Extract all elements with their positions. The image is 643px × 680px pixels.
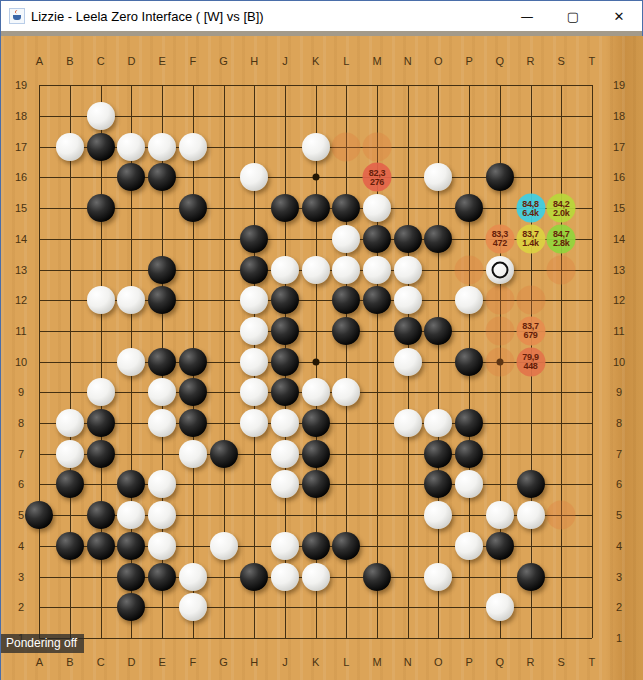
black-stone[interactable]	[179, 378, 207, 406]
col-label-bottom: S	[550, 655, 572, 669]
minimize-button[interactable]: —	[504, 1, 550, 31]
candidate-visits: 448	[523, 362, 537, 371]
col-label-top: R	[520, 54, 542, 68]
last-move-marker	[491, 261, 508, 278]
title-bar: Lizzie - Leela Zero Interface ( [W] vs […	[1, 1, 642, 31]
white-stone[interactable]	[179, 440, 207, 468]
go-board[interactable]: AABBCCDDEEFFGGHHJJKKLLMMNNOOPPQQRRSSTT19…	[1, 36, 643, 680]
row-label-right: 9	[609, 385, 629, 399]
black-stone[interactable]	[424, 225, 452, 253]
col-label-top: H	[243, 54, 265, 68]
java-cup-icon	[13, 15, 21, 20]
close-button[interactable]: ✕	[596, 1, 642, 31]
candidate-move[interactable]: 84,22.0k	[547, 194, 576, 223]
black-stone[interactable]	[148, 563, 176, 591]
black-stone[interactable]	[87, 440, 115, 468]
col-label-bottom: C	[90, 655, 112, 669]
col-label-bottom: O	[427, 655, 449, 669]
black-stone[interactable]	[240, 256, 268, 284]
row-label-right: 11	[609, 324, 629, 338]
black-stone[interactable]	[332, 317, 360, 345]
row-label-right: 13	[609, 263, 629, 277]
row-label-left: 16	[11, 170, 31, 184]
black-stone[interactable]	[271, 378, 299, 406]
black-stone[interactable]	[117, 593, 145, 621]
black-stone[interactable]	[517, 563, 545, 591]
black-stone[interactable]	[179, 348, 207, 376]
candidate-visits: 6.4k	[522, 208, 538, 217]
white-stone[interactable]	[332, 225, 360, 253]
col-label-bottom: J	[274, 655, 296, 669]
white-stone[interactable]	[271, 256, 299, 284]
black-stone[interactable]	[517, 470, 545, 498]
ghost-move[interactable]	[547, 255, 576, 284]
row-label-right: 16	[609, 170, 629, 184]
col-label-top: K	[305, 54, 327, 68]
white-stone[interactable]	[179, 563, 207, 591]
row-label-right: 2	[609, 600, 629, 614]
candidate-visits: 679	[523, 331, 537, 340]
white-stone[interactable]	[271, 563, 299, 591]
row-label-left: 9	[11, 385, 31, 399]
black-stone[interactable]	[486, 163, 514, 191]
white-stone[interactable]	[302, 378, 330, 406]
col-label-top: E	[151, 54, 173, 68]
black-stone[interactable]	[394, 317, 422, 345]
row-label-left: 6	[11, 477, 31, 491]
white-stone[interactable]	[148, 409, 176, 437]
white-stone[interactable]	[363, 194, 391, 222]
col-label-top: A	[28, 54, 50, 68]
black-stone[interactable]	[87, 133, 115, 161]
row-label-left: 2	[11, 600, 31, 614]
white-stone[interactable]	[424, 163, 452, 191]
white-stone[interactable]	[56, 133, 84, 161]
white-stone[interactable]	[271, 470, 299, 498]
row-label-right: 14	[609, 232, 629, 246]
candidate-visits: 2.8k	[553, 239, 569, 248]
star-point	[312, 174, 319, 181]
black-stone[interactable]	[56, 532, 84, 560]
black-stone[interactable]	[302, 409, 330, 437]
col-label-bottom: T	[581, 655, 603, 669]
star-point	[312, 358, 319, 365]
white-stone[interactable]	[210, 532, 238, 560]
black-stone[interactable]	[363, 563, 391, 591]
row-label-right: 1	[609, 631, 629, 645]
white-stone[interactable]	[455, 470, 483, 498]
black-stone[interactable]	[240, 563, 268, 591]
white-stone[interactable]	[332, 256, 360, 284]
white-stone[interactable]	[455, 286, 483, 314]
col-label-bottom: G	[213, 655, 235, 669]
black-stone[interactable]	[25, 501, 53, 529]
black-stone[interactable]	[332, 532, 360, 560]
white-stone[interactable]	[271, 440, 299, 468]
black-stone[interactable]	[332, 194, 360, 222]
white-stone[interactable]	[148, 532, 176, 560]
white-stone[interactable]	[148, 378, 176, 406]
white-stone[interactable]	[332, 378, 360, 406]
black-stone[interactable]	[302, 440, 330, 468]
white-stone[interactable]	[117, 348, 145, 376]
col-label-bottom: K	[305, 655, 327, 669]
candidate-visits: 472	[493, 239, 507, 248]
black-stone[interactable]	[179, 409, 207, 437]
white-stone[interactable]	[517, 501, 545, 529]
white-stone[interactable]	[394, 286, 422, 314]
black-stone[interactable]	[117, 563, 145, 591]
col-label-bottom: Q	[489, 655, 511, 669]
black-stone[interactable]	[302, 532, 330, 560]
col-label-top: J	[274, 54, 296, 68]
col-label-top: D	[120, 54, 142, 68]
grid-line-horizontal	[39, 638, 592, 639]
ghost-move[interactable]	[485, 347, 514, 376]
black-stone[interactable]	[271, 348, 299, 376]
row-label-right: 18	[609, 109, 629, 123]
white-stone[interactable]	[56, 409, 84, 437]
col-label-bottom: L	[335, 655, 357, 669]
ghost-move[interactable]	[485, 316, 514, 345]
white-stone[interactable]	[302, 133, 330, 161]
black-stone[interactable]	[394, 225, 422, 253]
row-label-left: 10	[11, 355, 31, 369]
black-stone[interactable]	[363, 286, 391, 314]
col-label-top: N	[397, 54, 419, 68]
white-stone[interactable]	[240, 409, 268, 437]
ghost-move[interactable]	[363, 132, 392, 161]
row-label-right: 17	[609, 140, 629, 154]
black-stone[interactable]	[424, 317, 452, 345]
grid-line-vertical	[592, 85, 593, 638]
col-label-top: B	[59, 54, 81, 68]
col-label-bottom: H	[243, 655, 265, 669]
white-stone[interactable]	[240, 286, 268, 314]
black-stone[interactable]	[424, 440, 452, 468]
white-stone[interactable]	[486, 501, 514, 529]
row-label-left: 3	[11, 570, 31, 584]
black-stone[interactable]	[271, 286, 299, 314]
white-stone[interactable]	[240, 378, 268, 406]
white-stone[interactable]	[394, 348, 422, 376]
white-stone[interactable]	[117, 286, 145, 314]
white-stone[interactable]	[394, 409, 422, 437]
col-label-top: S	[550, 54, 572, 68]
black-stone[interactable]	[363, 225, 391, 253]
row-label-left: 7	[11, 447, 31, 461]
black-stone[interactable]	[148, 256, 176, 284]
window-controls: — ▢ ✕	[504, 1, 642, 31]
col-label-top: C	[90, 54, 112, 68]
row-label-left: 11	[11, 324, 31, 338]
black-stone[interactable]	[332, 286, 360, 314]
black-stone[interactable]	[424, 470, 452, 498]
row-label-left: 17	[11, 140, 31, 154]
white-stone[interactable]	[87, 378, 115, 406]
row-label-left: 8	[11, 416, 31, 430]
col-label-bottom: D	[120, 655, 142, 669]
black-stone[interactable]	[148, 286, 176, 314]
candidate-visits: 2.0k	[553, 208, 569, 217]
white-stone[interactable]	[424, 563, 452, 591]
candidate-visits: 276	[370, 177, 384, 186]
black-stone[interactable]	[148, 163, 176, 191]
lizzie-window: Lizzie - Leela Zero Interface ( [W] vs […	[0, 0, 643, 680]
col-label-top: P	[458, 54, 480, 68]
java-app-icon	[9, 8, 25, 24]
black-stone[interactable]	[117, 163, 145, 191]
white-stone[interactable]	[117, 501, 145, 529]
col-label-bottom: N	[397, 655, 419, 669]
row-label-left: 12	[11, 293, 31, 307]
row-label-left: 13	[11, 263, 31, 277]
col-label-bottom: F	[182, 655, 204, 669]
black-stone[interactable]	[455, 409, 483, 437]
ghost-move[interactable]	[485, 286, 514, 315]
candidate-move[interactable]: 82,3276	[363, 163, 392, 192]
candidate-move[interactable]: 83,3472	[485, 224, 514, 253]
ghost-move[interactable]	[516, 286, 545, 315]
white-stone[interactable]	[486, 593, 514, 621]
white-stone[interactable]	[302, 256, 330, 284]
black-stone[interactable]	[210, 440, 238, 468]
white-stone[interactable]	[240, 163, 268, 191]
black-stone[interactable]	[117, 470, 145, 498]
black-stone[interactable]	[87, 532, 115, 560]
row-label-right: 4	[609, 539, 629, 553]
col-label-bottom: A	[28, 655, 50, 669]
col-label-top: G	[213, 54, 235, 68]
black-stone[interactable]	[455, 348, 483, 376]
white-stone[interactable]	[240, 348, 268, 376]
col-label-top: Q	[489, 54, 511, 68]
row-label-right: 7	[609, 447, 629, 461]
black-stone[interactable]	[148, 348, 176, 376]
col-label-bottom: R	[520, 655, 542, 669]
row-label-right: 10	[609, 355, 629, 369]
white-stone[interactable]	[424, 501, 452, 529]
black-stone[interactable]	[56, 470, 84, 498]
row-label-right: 19	[609, 78, 629, 92]
white-stone[interactable]	[179, 133, 207, 161]
row-label-right: 5	[609, 508, 629, 522]
maximize-button[interactable]: ▢	[550, 1, 596, 31]
col-label-bottom: P	[458, 655, 480, 669]
row-label-right: 8	[609, 416, 629, 430]
white-stone[interactable]	[363, 256, 391, 284]
col-label-top: L	[335, 54, 357, 68]
black-stone[interactable]	[271, 317, 299, 345]
row-label-left: 19	[11, 78, 31, 92]
col-label-top: M	[366, 54, 388, 68]
candidate-move[interactable]: 79,9448	[516, 347, 545, 376]
white-stone[interactable]	[394, 256, 422, 284]
col-label-top: T	[581, 54, 603, 68]
black-stone[interactable]	[455, 194, 483, 222]
white-stone[interactable]	[302, 563, 330, 591]
col-label-bottom: B	[59, 655, 81, 669]
black-stone[interactable]	[271, 194, 299, 222]
row-label-right: 12	[609, 293, 629, 307]
ghost-move[interactable]	[332, 132, 361, 161]
row-label-right: 3	[609, 570, 629, 584]
white-stone[interactable]	[148, 133, 176, 161]
white-stone[interactable]	[148, 501, 176, 529]
white-stone[interactable]	[56, 440, 84, 468]
col-label-bottom: E	[151, 655, 173, 669]
white-stone[interactable]	[87, 286, 115, 314]
white-stone[interactable]	[271, 409, 299, 437]
col-label-top: O	[427, 54, 449, 68]
black-stone[interactable]	[117, 532, 145, 560]
row-label-left: 15	[11, 201, 31, 215]
white-stone[interactable]	[240, 317, 268, 345]
row-label-right: 6	[609, 477, 629, 491]
window-title: Lizzie - Leela Zero Interface ( [W] vs […	[31, 9, 264, 24]
white-stone[interactable]	[117, 133, 145, 161]
row-label-left: 14	[11, 232, 31, 246]
row-label-left: 18	[11, 109, 31, 123]
black-stone[interactable]	[486, 532, 514, 560]
white-stone[interactable]	[424, 409, 452, 437]
black-stone[interactable]	[87, 409, 115, 437]
ghost-move[interactable]	[547, 501, 576, 530]
candidate-move[interactable]: 84,86.4k	[516, 194, 545, 223]
black-stone[interactable]	[240, 225, 268, 253]
pondering-status: Pondering off	[1, 634, 84, 653]
white-stone[interactable]	[271, 532, 299, 560]
black-stone[interactable]	[455, 440, 483, 468]
col-label-top: F	[182, 54, 204, 68]
black-stone[interactable]	[87, 194, 115, 222]
java-steam-icon	[15, 10, 21, 15]
candidate-move[interactable]: 84,72.8k	[547, 224, 576, 253]
black-stone[interactable]	[87, 501, 115, 529]
candidate-move[interactable]: 83,7679	[516, 316, 545, 345]
candidate-visits: 1.4k	[522, 239, 538, 248]
candidate-move[interactable]: 83,71.4k	[516, 224, 545, 253]
black-stone[interactable]	[302, 194, 330, 222]
row-label-left: 4	[11, 539, 31, 553]
col-label-bottom: M	[366, 655, 388, 669]
white-stone[interactable]	[179, 593, 207, 621]
black-stone[interactable]	[179, 194, 207, 222]
row-label-right: 15	[609, 201, 629, 215]
ghost-move[interactable]	[455, 255, 484, 284]
grid-line-vertical	[561, 85, 562, 638]
white-stone[interactable]	[148, 470, 176, 498]
white-stone[interactable]	[87, 102, 115, 130]
white-stone[interactable]	[455, 532, 483, 560]
black-stone[interactable]	[302, 470, 330, 498]
